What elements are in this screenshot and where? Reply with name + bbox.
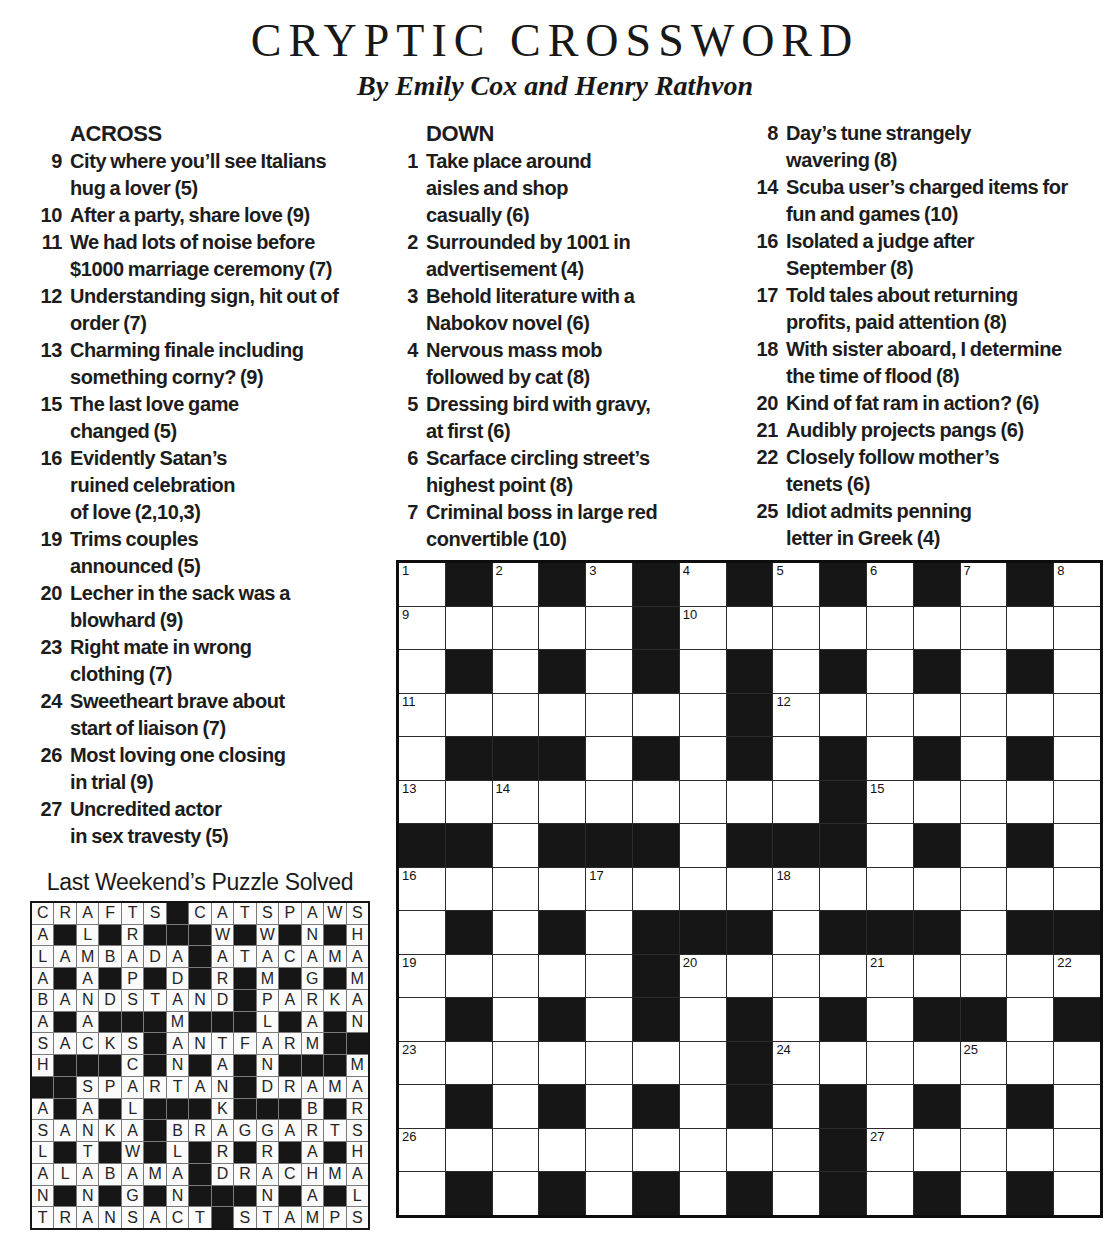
puzzle-cell-r10c3[interactable] — [493, 955, 539, 998]
solved-cell-r9c8: A — [189, 1077, 210, 1098]
clue-text: Audibly projects pangs (6) — [786, 417, 1024, 444]
puzzle-cell-r3c9[interactable] — [773, 650, 819, 693]
puzzle-cell-r11c5[interactable] — [586, 998, 632, 1041]
solved-cell-r13c3: A — [77, 1164, 98, 1185]
puzzle-cell-r10c13[interactable] — [961, 955, 1007, 998]
puzzle-cell-r14c11[interactable]: 27 — [867, 1129, 913, 1172]
puzzle-cell-r14c3[interactable] — [493, 1129, 539, 1172]
solved-letter: N — [217, 1078, 229, 1096]
solved-cell-r3c15: A — [347, 946, 368, 967]
puzzle-cell-r10c12[interactable] — [914, 955, 960, 998]
puzzle-cell-r7c11[interactable] — [867, 824, 913, 867]
puzzle-cell-r14c5[interactable] — [586, 1129, 632, 1172]
puzzle-cell-r8c5[interactable]: 17 — [586, 868, 632, 911]
puzzle-cell-r14c8[interactable] — [727, 1129, 773, 1172]
solved-letter: R — [217, 1143, 229, 1161]
puzzle-cell-r1c7[interactable]: 4 — [680, 563, 726, 606]
solved-cell-r9c9: N — [212, 1077, 233, 1098]
down-clue-item: 1 Take place around aisles and shop casu… — [400, 148, 700, 229]
puzzle-cell-r11c6 — [633, 998, 679, 1041]
puzzle-cell-r3c5[interactable] — [586, 650, 632, 693]
solved-cell-r11c14: T — [324, 1120, 345, 1141]
puzzle-cell-r12c10[interactable] — [820, 1042, 866, 1085]
puzzle-cell-r8c9[interactable]: 18 — [773, 868, 819, 911]
puzzle-cell-r8c10[interactable] — [820, 868, 866, 911]
solved-cell-r7c9: T — [212, 1033, 233, 1054]
clue-text: Surrounded by 1001 in advertisement (4) — [426, 229, 630, 283]
puzzle-cell-r12c7[interactable] — [680, 1042, 726, 1085]
puzzle-cell-r14c15[interactable] — [1054, 1129, 1100, 1172]
solved-cell-r5c1: B — [32, 990, 53, 1011]
puzzle-cell-r1c3[interactable]: 2 — [493, 563, 539, 606]
puzzle-cell-r4c12[interactable] — [914, 694, 960, 737]
puzzle-cell-r13c11[interactable] — [867, 1085, 913, 1128]
solved-cell-r12c2 — [54, 1142, 75, 1163]
solved-cell-r13c2: L — [54, 1164, 75, 1185]
clue-text: Kind of fat ram in action? (6) — [786, 390, 1039, 417]
puzzle-cell-r1c9[interactable]: 5 — [773, 563, 819, 606]
puzzle-cell-r4c9[interactable]: 12 — [773, 694, 819, 737]
puzzle-cell-r4c14[interactable] — [1007, 694, 1053, 737]
solved-letter: N — [194, 1035, 206, 1053]
puzzle-cell-r9c3[interactable] — [493, 911, 539, 954]
puzzle-cell-r6c5[interactable] — [586, 781, 632, 824]
solved-letter: R — [284, 1078, 296, 1096]
puzzle-cell-r9c11 — [867, 911, 913, 954]
solved-cell-r2c6 — [144, 925, 165, 946]
puzzle-cell-r6c9[interactable] — [773, 781, 819, 824]
solved-letter: T — [128, 904, 138, 922]
puzzle-cell-r2c11[interactable] — [867, 607, 913, 650]
puzzle-cell-r2c12[interactable] — [914, 607, 960, 650]
puzzle-cell-r13c9[interactable] — [773, 1085, 819, 1128]
solved-letter: S — [37, 1035, 48, 1053]
solved-cell-r4c11: M — [257, 968, 278, 989]
solved-cell-r15c6: A — [144, 1207, 165, 1228]
puzzle-cell-r3c7[interactable] — [680, 650, 726, 693]
puzzle-cell-r5c6 — [633, 737, 679, 780]
solved-cell-r8c10 — [234, 1055, 255, 1076]
puzzle-cell-r5c1[interactable] — [399, 737, 445, 780]
puzzle-cell-r12c9[interactable]: 24 — [773, 1042, 819, 1085]
puzzle-cell-r12c2[interactable] — [446, 1042, 492, 1085]
solved-cell-r5c12: A — [279, 990, 300, 1011]
puzzle-cell-r14c10 — [820, 1129, 866, 1172]
puzzle-cell-r13c1[interactable] — [399, 1085, 445, 1128]
puzzle-cell-r4c11[interactable] — [867, 694, 913, 737]
solved-letter: A — [352, 1078, 363, 1096]
solved-letter: C — [172, 1209, 184, 1227]
puzzle-cell-r2c2[interactable] — [446, 607, 492, 650]
puzzle-cell-r7c3[interactable] — [493, 824, 539, 867]
clue-text: With sister aboard, I determine the time… — [786, 336, 1062, 390]
solved-cell-r5c5: S — [122, 990, 143, 1011]
puzzle-cell-r8c13[interactable] — [961, 868, 1007, 911]
puzzle-cell-r2c10[interactable] — [820, 607, 866, 650]
puzzle-cell-r13c5[interactable] — [586, 1085, 632, 1128]
solved-puzzle-grid: CRAFTSCATSPAWSALRWWNHLAMBADAATACAMAAAPDR… — [30, 901, 370, 1230]
puzzle-cell-r2c3[interactable] — [493, 607, 539, 650]
puzzle-cell-r6c8[interactable] — [727, 781, 773, 824]
down-clue-list-2: 8 Day’s tune strangely wavering (8) 14 S… — [745, 120, 1095, 552]
puzzle-cell-r14c12[interactable] — [914, 1129, 960, 1172]
solved-cell-r7c10: F — [234, 1033, 255, 1054]
solved-cell-r6c5 — [122, 1012, 143, 1033]
puzzle-cell-r3c13[interactable] — [961, 650, 1007, 693]
solved-letter: D — [104, 991, 116, 1009]
solved-letter: M — [328, 1165, 341, 1183]
puzzle-cell-r11c1[interactable] — [399, 998, 445, 1041]
puzzle-cell-r4c15[interactable] — [1054, 694, 1100, 737]
solved-cell-r10c15: R — [347, 1099, 368, 1120]
solved-letter: N — [351, 1013, 363, 1031]
puzzle-cell-r11c3[interactable] — [493, 998, 539, 1041]
puzzle-cell-r5c2 — [446, 737, 492, 780]
solved-letter: C — [127, 1056, 139, 1074]
solved-letter: M — [171, 1013, 184, 1031]
solved-cell-r10c14 — [324, 1099, 345, 1120]
solved-letter: A — [262, 1035, 273, 1053]
solved-cell-r12c4 — [99, 1142, 120, 1163]
puzzle-cell-r9c5[interactable] — [586, 911, 632, 954]
clue-text: Sweetheart brave about start of liaison … — [70, 688, 285, 742]
puzzle-cell-r2c4[interactable] — [539, 607, 585, 650]
solved-cell-r9c13: A — [302, 1077, 323, 1098]
solved-cell-r2c4 — [99, 925, 120, 946]
puzzle-cell-r8c6[interactable] — [633, 868, 679, 911]
puzzle-cell-r10c10[interactable] — [820, 955, 866, 998]
puzzle-cell-r11c13 — [961, 998, 1007, 1041]
solved-letter: A — [285, 991, 296, 1009]
puzzle-cell-r10c5[interactable] — [586, 955, 632, 998]
across-clue-item: 24 Sweetheart brave about start of liais… — [36, 688, 366, 742]
solved-letter: W — [327, 904, 342, 922]
solved-cell-r2c5: R — [122, 925, 143, 946]
puzzle-cell-r4c13[interactable] — [961, 694, 1007, 737]
puzzle-cell-r12c5[interactable] — [586, 1042, 632, 1085]
puzzle-cell-r4c1[interactable]: 11 — [399, 694, 445, 737]
clue-text: Most loving one closing in trial (9) — [70, 742, 286, 796]
puzzle-cell-r13c3[interactable] — [493, 1085, 539, 1128]
clue-text: Charming finale including something corn… — [70, 337, 304, 391]
puzzle-cell-r13c15[interactable] — [1054, 1085, 1100, 1128]
puzzle-cell-r1c5[interactable]: 3 — [586, 563, 632, 606]
puzzle-cell-r10c2[interactable] — [446, 955, 492, 998]
solved-letter: A — [352, 948, 363, 966]
solved-letter: N — [194, 991, 206, 1009]
puzzle-cell-r11c8 — [727, 998, 773, 1041]
puzzle-cell-r14c2[interactable] — [446, 1129, 492, 1172]
puzzle-cell-r2c9[interactable] — [773, 607, 819, 650]
puzzle-cell-r15c1[interactable] — [399, 1172, 445, 1215]
solved-letter: A — [127, 948, 138, 966]
puzzle-cell-r12c13[interactable]: 25 — [961, 1042, 1007, 1085]
puzzle-cell-r6c13[interactable] — [961, 781, 1007, 824]
clue-number-label: 25 — [745, 498, 778, 525]
solved-cell-r5c13: R — [302, 990, 323, 1011]
puzzle-cell-r15c3[interactable] — [493, 1172, 539, 1215]
puzzle-cell-r3c3[interactable] — [493, 650, 539, 693]
solved-letter: L — [38, 948, 47, 966]
grid-clue-number: 16 — [402, 869, 416, 883]
solved-cell-r4c9: R — [212, 968, 233, 989]
puzzle-cell-r4c6[interactable] — [633, 694, 679, 737]
puzzle-cell-r9c9[interactable] — [773, 911, 819, 954]
puzzle-cell-r12c12[interactable] — [914, 1042, 960, 1085]
across-clue-item: 10 After a party, share love (9) — [36, 202, 366, 229]
puzzle-cell-r11c7[interactable] — [680, 998, 726, 1041]
puzzle-cell-r8c2[interactable] — [446, 868, 492, 911]
puzzle-cell-r11c2 — [446, 998, 492, 1041]
puzzle-cell-r10c15[interactable]: 22 — [1054, 955, 1100, 998]
solved-letter: A — [307, 1187, 318, 1205]
solved-cell-r11c7: B — [167, 1120, 188, 1141]
solved-cell-r8c9: A — [212, 1055, 233, 1076]
solved-letter: R — [149, 1078, 161, 1096]
solved-cell-r5c11: P — [257, 990, 278, 1011]
solved-cell-r10c2 — [54, 1099, 75, 1120]
puzzle-cell-r9c14 — [1007, 911, 1053, 954]
clue-number-label: 27 — [36, 796, 62, 823]
puzzle-cell-r8c7[interactable] — [680, 868, 726, 911]
puzzle-cell-r6c14[interactable] — [1007, 781, 1053, 824]
puzzle-cell-r7c13[interactable] — [961, 824, 1007, 867]
solved-cell-r13c13: H — [302, 1164, 323, 1185]
puzzle-cell-r14c14[interactable] — [1007, 1129, 1053, 1172]
puzzle-cell-r2c14[interactable] — [1007, 607, 1053, 650]
solved-cell-r14c12 — [279, 1186, 300, 1207]
puzzle-cell-r15c15[interactable] — [1054, 1172, 1100, 1215]
puzzle-cell-r2c15[interactable] — [1054, 607, 1100, 650]
puzzle-cell-r2c5[interactable] — [586, 607, 632, 650]
solved-cell-r14c8 — [189, 1186, 210, 1207]
puzzle-cell-r8c14[interactable] — [1007, 868, 1053, 911]
puzzle-cell-r5c7[interactable] — [680, 737, 726, 780]
solved-letter: M — [148, 1165, 161, 1183]
puzzle-cell-r4c10[interactable] — [820, 694, 866, 737]
puzzle-cell-r15c5[interactable] — [586, 1172, 632, 1215]
puzzle-cell-r10c9[interactable] — [773, 955, 819, 998]
puzzle-cell-r7c14 — [1007, 824, 1053, 867]
puzzle-cell-r6c12[interactable] — [914, 781, 960, 824]
solved-letter: R — [59, 904, 71, 922]
puzzle-cell-r13c13[interactable] — [961, 1085, 1007, 1128]
solved-cell-r12c13: A — [302, 1142, 323, 1163]
down-clue-item: 16 Isolated a judge after September (8) — [745, 228, 1095, 282]
solved-cell-r6c1: A — [32, 1012, 53, 1033]
puzzle-cell-r6c6[interactable] — [633, 781, 679, 824]
puzzle-cell-r10c14[interactable] — [1007, 955, 1053, 998]
solved-cell-r15c15: S — [347, 1207, 368, 1228]
puzzle-cell-r14c4[interactable] — [539, 1129, 585, 1172]
puzzle-cell-r4c2[interactable] — [446, 694, 492, 737]
solved-cell-r15c8: T — [189, 1207, 210, 1228]
puzzle-cell-r11c14[interactable] — [1007, 998, 1053, 1041]
grid-clue-number: 22 — [1057, 956, 1071, 970]
puzzle-cell-r3c1[interactable] — [399, 650, 445, 693]
puzzle-cell-r3c11[interactable] — [867, 650, 913, 693]
solved-cell-r10c12 — [279, 1099, 300, 1120]
puzzle-cell-r12c6[interactable] — [633, 1042, 679, 1085]
puzzle-cell-r7c15[interactable] — [1054, 824, 1100, 867]
solved-cell-r9c4: P — [99, 1077, 120, 1098]
solved-cell-r13c6: M — [144, 1164, 165, 1185]
solved-cell-r4c2 — [54, 968, 75, 989]
solved-letter: P — [127, 970, 138, 988]
solved-cell-r13c10: R — [234, 1164, 255, 1185]
puzzle-cell-r8c4[interactable] — [539, 868, 585, 911]
puzzle-cell-r8c3[interactable] — [493, 868, 539, 911]
puzzle-cell-r12c4[interactable] — [539, 1042, 585, 1085]
puzzle-cell-r12c1[interactable]: 23 — [399, 1042, 445, 1085]
solved-cell-r3c11: A — [257, 946, 278, 967]
puzzle-cell-r5c13[interactable] — [961, 737, 1007, 780]
puzzle-cell-r14c7[interactable] — [680, 1129, 726, 1172]
puzzle-cell-r8c8[interactable] — [727, 868, 773, 911]
puzzle-cell-r10c1[interactable]: 19 — [399, 955, 445, 998]
puzzle-cell-r6c4[interactable] — [539, 781, 585, 824]
puzzle-cell-r1c11[interactable]: 6 — [867, 563, 913, 606]
puzzle-cell-r15c9[interactable] — [773, 1172, 819, 1215]
puzzle-cell-r4c7[interactable] — [680, 694, 726, 737]
solved-letter: R — [194, 1122, 206, 1140]
puzzle-cell-r1c4 — [539, 563, 585, 606]
puzzle-cell-r5c14 — [1007, 737, 1053, 780]
puzzle-cell-r8c15[interactable] — [1054, 868, 1100, 911]
down-clue-item: 14 Scuba user’s charged items for fun an… — [745, 174, 1095, 228]
puzzle-cell-r9c13[interactable] — [961, 911, 1007, 954]
solved-cell-r5c6: T — [144, 990, 165, 1011]
puzzle-cell-r5c5[interactable] — [586, 737, 632, 780]
puzzle-cell-r9c1[interactable] — [399, 911, 445, 954]
solved-cell-r8c3 — [77, 1055, 98, 1076]
solved-cell-r1c9: A — [212, 903, 233, 924]
puzzle-cell-r12c11[interactable] — [867, 1042, 913, 1085]
solved-cell-r6c2 — [54, 1012, 75, 1033]
solved-cell-r7c3: C — [77, 1033, 98, 1054]
clue-text: Behold literature with a Nabokov novel (… — [426, 283, 635, 337]
across-clue-item: 9 City where you’ll see Italians hug a l… — [36, 148, 366, 202]
clue-text: The last love game changed (5) — [70, 391, 239, 445]
clue-text: Trims couples announced (5) — [70, 526, 200, 580]
solved-letter: A — [37, 1100, 48, 1118]
solved-letter: A — [60, 1122, 71, 1140]
solved-letter: M — [328, 948, 341, 966]
puzzle-cell-r15c11[interactable] — [867, 1172, 913, 1215]
solved-cell-r3c4: B — [99, 946, 120, 967]
puzzle-cell-r1c8 — [727, 563, 773, 606]
puzzle-cell-r8c11[interactable] — [867, 868, 913, 911]
puzzle-cell-r13c7[interactable] — [680, 1085, 726, 1128]
puzzle-cell-r10c7[interactable]: 20 — [680, 955, 726, 998]
puzzle-cell-r4c5[interactable] — [586, 694, 632, 737]
puzzle-cell-r15c7[interactable] — [680, 1172, 726, 1215]
solved-cell-r7c8: N — [189, 1033, 210, 1054]
puzzle-cell-r15c13[interactable] — [961, 1172, 1007, 1215]
puzzle-cell-r2c1[interactable]: 9 — [399, 607, 445, 650]
puzzle-cell-r14c6[interactable] — [633, 1129, 679, 1172]
puzzle-cell-r7c7[interactable] — [680, 824, 726, 867]
puzzle-cell-r11c9[interactable] — [773, 998, 819, 1041]
puzzle-cell-r3c15[interactable] — [1054, 650, 1100, 693]
grid-clue-number: 8 — [1057, 564, 1064, 578]
solved-cell-r5c9: D — [212, 990, 233, 1011]
solved-cell-r3c3: M — [77, 946, 98, 967]
puzzle-cell-r6c7[interactable] — [680, 781, 726, 824]
puzzle-cell-r5c15[interactable] — [1054, 737, 1100, 780]
puzzle-cell-r6c2[interactable] — [446, 781, 492, 824]
puzzle-cell-r1c13[interactable]: 7 — [961, 563, 1007, 606]
puzzle-cell-r12c14[interactable] — [1007, 1042, 1053, 1085]
solved-cell-r7c6 — [144, 1033, 165, 1054]
clue-number-label: 6 — [400, 445, 418, 472]
down-clue-item: 7 Criminal boss in large red convertible… — [400, 499, 700, 553]
solved-letter: A — [262, 948, 273, 966]
puzzle-cell-r2c13[interactable] — [961, 607, 1007, 650]
across-clue-item: 26 Most loving one closing in trial (9) — [36, 742, 366, 796]
solved-letter: T — [240, 904, 250, 922]
puzzle-cell-r5c11[interactable] — [867, 737, 913, 780]
puzzle-cell-r6c15[interactable] — [1054, 781, 1100, 824]
puzzle-cell-r1c15[interactable]: 8 — [1054, 563, 1100, 606]
puzzle-cell-r14c1[interactable]: 26 — [399, 1129, 445, 1172]
clue-number-label: 23 — [36, 634, 62, 661]
solved-cell-r1c2: R — [54, 903, 75, 924]
puzzle-cell-r5c9[interactable] — [773, 737, 819, 780]
puzzle-cell-r2c8[interactable] — [727, 607, 773, 650]
puzzle-cell-r11c10 — [820, 998, 866, 1041]
puzzle-cell-r14c9[interactable] — [773, 1129, 819, 1172]
solved-cell-r7c4: K — [99, 1033, 120, 1054]
puzzle-cell-r10c11[interactable]: 21 — [867, 955, 913, 998]
puzzle-cell-r8c12[interactable] — [914, 868, 960, 911]
puzzle-cell-r14c13[interactable] — [961, 1129, 1007, 1172]
solved-letter: L — [61, 1165, 70, 1183]
solved-cell-r2c8 — [189, 925, 210, 946]
puzzle-cell-r4c3[interactable] — [493, 694, 539, 737]
puzzle-cell-r10c8[interactable] — [727, 955, 773, 998]
solved-letter: A — [60, 948, 71, 966]
solved-cell-r11c8: R — [189, 1120, 210, 1141]
puzzle-cell-r11c11[interactable] — [867, 998, 913, 1041]
solved-cell-r4c1: A — [32, 968, 53, 989]
solved-letter: N — [172, 1187, 184, 1205]
puzzle-cell-r1c1[interactable]: 1 — [399, 563, 445, 606]
solved-cell-r8c5: C — [122, 1055, 143, 1076]
solved-cell-r14c3: N — [77, 1186, 98, 1207]
puzzle-cell-r6c11[interactable]: 15 — [867, 781, 913, 824]
puzzle-cell-r8c1[interactable]: 16 — [399, 868, 445, 911]
solved-cell-r15c7: C — [167, 1207, 188, 1228]
puzzle-cell-r6c3[interactable]: 14 — [493, 781, 539, 824]
puzzle-cell-r13c14 — [1007, 1085, 1053, 1128]
puzzle-cell-r12c15[interactable] — [1054, 1042, 1100, 1085]
puzzle-cell-r10c4[interactable] — [539, 955, 585, 998]
puzzle-cell-r6c1[interactable]: 13 — [399, 781, 445, 824]
solved-cell-r3c13: A — [302, 946, 323, 967]
solved-cell-r9c14: M — [324, 1077, 345, 1098]
solved-letter: N — [262, 1056, 274, 1074]
solved-cell-r8c13 — [302, 1055, 323, 1076]
puzzle-cell-r4c4[interactable] — [539, 694, 585, 737]
puzzle-cell-r2c7[interactable]: 10 — [680, 607, 726, 650]
solved-letter: C — [194, 904, 206, 922]
clue-number-label: 19 — [36, 526, 62, 553]
clue-number-label: 5 — [400, 391, 418, 418]
down-clue-item: 2 Surrounded by 1001 in advertisement (4… — [400, 229, 700, 283]
puzzle-cell-r12c3[interactable] — [493, 1042, 539, 1085]
clue-text: Day’s tune strangely wavering (8) — [786, 120, 971, 174]
